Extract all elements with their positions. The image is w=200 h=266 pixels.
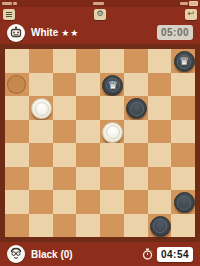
board: ♛♛ <box>5 49 195 237</box>
square-c3[interactable] <box>53 167 77 191</box>
square-c6 <box>53 96 77 120</box>
black-man-f6[interactable] <box>126 98 147 119</box>
square-e1[interactable] <box>100 214 124 238</box>
square-h8[interactable]: ♛ <box>171 49 195 73</box>
square-f4[interactable] <box>124 143 148 167</box>
square-h7 <box>171 73 195 97</box>
square-g7[interactable] <box>148 73 172 97</box>
square-h1 <box>171 214 195 238</box>
square-a8 <box>5 49 29 73</box>
status-bar <box>0 0 200 7</box>
square-h5 <box>171 120 195 144</box>
square-g3[interactable] <box>148 167 172 191</box>
robot-avatar <box>7 24 25 42</box>
black-clock[interactable]: 04:54 <box>157 247 193 262</box>
player-bar-white: White ★★ 05:00 <box>0 21 200 44</box>
gear-icon: ⚙ <box>96 10 103 18</box>
wifi-icon <box>13 2 17 5</box>
square-b4[interactable] <box>29 143 53 167</box>
square-b2[interactable] <box>29 190 53 214</box>
square-h2[interactable] <box>171 190 195 214</box>
square-g4 <box>148 143 172 167</box>
player-bar-black: Black (0) 04:54 <box>0 242 200 266</box>
status-clock <box>93 2 104 5</box>
square-c2 <box>53 190 77 214</box>
square-h4[interactable] <box>171 143 195 167</box>
square-a5[interactable] <box>5 120 29 144</box>
square-c5[interactable] <box>53 120 77 144</box>
square-f1 <box>124 214 148 238</box>
menu-icon <box>6 14 12 15</box>
square-b5 <box>29 120 53 144</box>
difficulty-stars: ★★ <box>61 28 79 38</box>
undo-icon: ↩ <box>188 10 195 18</box>
white-man-e5[interactable] <box>102 122 123 143</box>
square-c8 <box>53 49 77 73</box>
square-a4 <box>5 143 29 167</box>
square-e7[interactable]: ♛ <box>100 73 124 97</box>
square-f7 <box>124 73 148 97</box>
stopwatch-icon <box>142 248 153 260</box>
square-a7[interactable] <box>5 73 29 97</box>
square-e8 <box>100 49 124 73</box>
square-d8[interactable] <box>76 49 100 73</box>
black-man-g1[interactable] <box>150 216 171 237</box>
undo-button[interactable]: ↩ <box>185 9 197 20</box>
square-b7 <box>29 73 53 97</box>
square-d2[interactable] <box>76 190 100 214</box>
square-e3[interactable] <box>100 167 124 191</box>
square-g8 <box>148 49 172 73</box>
white-man-b6[interactable] <box>31 98 52 119</box>
carrier-text <box>2 2 12 5</box>
battery-percent-text <box>180 2 188 5</box>
square-g6 <box>148 96 172 120</box>
square-a2 <box>5 190 29 214</box>
square-f3 <box>124 167 148 191</box>
square-d6[interactable] <box>76 96 100 120</box>
square-g1[interactable] <box>148 214 172 238</box>
toolbar: ⚙ ↩ <box>0 7 200 21</box>
move-highlight-circle <box>7 75 26 94</box>
square-b3 <box>29 167 53 191</box>
menu-button[interactable] <box>3 9 15 20</box>
square-g5[interactable] <box>148 120 172 144</box>
robot-icon <box>9 26 23 40</box>
square-c4 <box>53 143 77 167</box>
square-a1[interactable] <box>5 214 29 238</box>
status-battery <box>180 1 198 6</box>
black-king-e7[interactable]: ♛ <box>102 75 123 96</box>
square-f8[interactable] <box>124 49 148 73</box>
square-b1 <box>29 214 53 238</box>
square-d5 <box>76 120 100 144</box>
square-a6 <box>5 96 29 120</box>
black-king-h8[interactable]: ♛ <box>174 51 195 72</box>
square-c1[interactable] <box>53 214 77 238</box>
square-g2 <box>148 190 172 214</box>
square-d3 <box>76 167 100 191</box>
square-c7[interactable] <box>53 73 77 97</box>
status-time-text <box>93 2 104 5</box>
settings-button[interactable]: ⚙ <box>94 9 106 20</box>
square-f5 <box>124 120 148 144</box>
square-h6[interactable] <box>171 96 195 120</box>
square-f6[interactable] <box>124 96 148 120</box>
square-e4 <box>100 143 124 167</box>
human-avatar <box>7 245 25 263</box>
square-h3 <box>171 167 195 191</box>
person-glasses-icon <box>9 247 23 261</box>
checkers-app: ⚙ ↩ White ★★ 05:00 ♛♛ <box>0 0 200 266</box>
black-player-name: Black (0) <box>31 249 73 260</box>
square-d4[interactable] <box>76 143 100 167</box>
king-crown-icon: ♛ <box>179 56 189 67</box>
status-carrier-signal <box>2 2 17 5</box>
square-a3[interactable] <box>5 167 29 191</box>
board-frame: ♛♛ <box>0 44 200 242</box>
square-e2 <box>100 190 124 214</box>
square-b8[interactable] <box>29 49 53 73</box>
white-clock: 05:00 <box>157 25 193 40</box>
square-e5[interactable] <box>100 120 124 144</box>
square-e6 <box>100 96 124 120</box>
king-crown-icon: ♛ <box>108 80 118 91</box>
square-d7 <box>76 73 100 97</box>
black-man-h2[interactable] <box>174 192 195 213</box>
square-f2[interactable] <box>124 190 148 214</box>
square-d1 <box>76 214 100 238</box>
white-player-name: White <box>31 27 58 38</box>
battery-icon <box>189 1 198 6</box>
square-b6[interactable] <box>29 96 53 120</box>
